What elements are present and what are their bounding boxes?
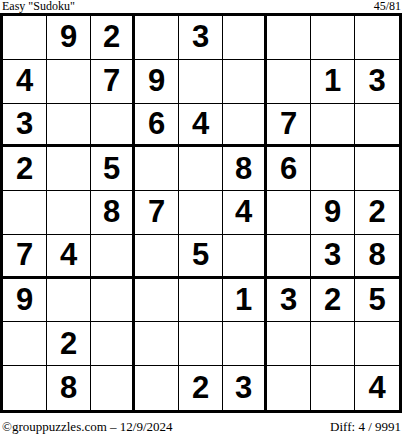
- cell-r2c9[interactable]: 3: [355, 60, 399, 104]
- cell-r5c2[interactable]: [47, 191, 91, 235]
- cell-r4c4[interactable]: [135, 147, 179, 191]
- cell-r2c6[interactable]: [223, 60, 267, 104]
- page: Easy "Sudoku" 45/81 92347913364725868749…: [0, 0, 402, 437]
- cell-r2c5[interactable]: [179, 60, 223, 104]
- cell-r4c7[interactable]: 6: [267, 147, 311, 191]
- cell-r4c8[interactable]: [311, 147, 355, 191]
- cell-r7c9[interactable]: 5: [355, 279, 399, 323]
- cell-r7c4[interactable]: [135, 279, 179, 323]
- cell-r9c2[interactable]: 8: [47, 366, 91, 410]
- cell-r3c9[interactable]: [355, 104, 399, 148]
- cell-r3c6[interactable]: [223, 104, 267, 148]
- header: Easy "Sudoku" 45/81: [0, 0, 402, 13]
- cell-r2c3[interactable]: 7: [91, 60, 135, 104]
- cell-r9c1[interactable]: [3, 366, 47, 410]
- cell-r7c1[interactable]: 9: [3, 279, 47, 323]
- cell-r5c9[interactable]: 2: [355, 191, 399, 235]
- puzzle-title: Easy "Sudoku": [2, 0, 75, 13]
- cell-r8c1[interactable]: [3, 322, 47, 366]
- cell-r1c7[interactable]: [267, 16, 311, 60]
- cell-r5c5[interactable]: [179, 191, 223, 235]
- footer: ©grouppuzzles.com – 12/9/2024 Diff: 4 / …: [0, 413, 402, 437]
- cell-r6c7[interactable]: [267, 235, 311, 279]
- cell-r2c8[interactable]: 1: [311, 60, 355, 104]
- cell-r4c5[interactable]: [179, 147, 223, 191]
- cell-r9c9[interactable]: 4: [355, 366, 399, 410]
- cell-r2c1[interactable]: 4: [3, 60, 47, 104]
- cell-r5c1[interactable]: [3, 191, 47, 235]
- cell-r6c6[interactable]: [223, 235, 267, 279]
- cell-r1c3[interactable]: 2: [91, 16, 135, 60]
- cell-r9c6[interactable]: 3: [223, 366, 267, 410]
- cell-r6c3[interactable]: [91, 235, 135, 279]
- cell-r1c5[interactable]: 3: [179, 16, 223, 60]
- difficulty-label: Diff: 4 / 9991: [330, 419, 401, 434]
- cell-r3c4[interactable]: 6: [135, 104, 179, 148]
- cell-r4c6[interactable]: 8: [223, 147, 267, 191]
- cell-r6c2[interactable]: 4: [47, 235, 91, 279]
- copyright-credit: ©grouppuzzles.com – 12/9/2024: [2, 419, 173, 434]
- cell-r8c6[interactable]: [223, 322, 267, 366]
- cell-r5c4[interactable]: 7: [135, 191, 179, 235]
- cell-r2c2[interactable]: [47, 60, 91, 104]
- cell-r3c7[interactable]: 7: [267, 104, 311, 148]
- cell-r8c3[interactable]: [91, 322, 135, 366]
- cell-r7c5[interactable]: [179, 279, 223, 323]
- cell-r9c8[interactable]: [311, 366, 355, 410]
- cell-r9c4[interactable]: [135, 366, 179, 410]
- cell-r3c8[interactable]: [311, 104, 355, 148]
- cell-r3c2[interactable]: [47, 104, 91, 148]
- cell-r5c6[interactable]: 4: [223, 191, 267, 235]
- cell-r6c9[interactable]: 8: [355, 235, 399, 279]
- cell-r8c7[interactable]: [267, 322, 311, 366]
- sudoku-board: 923479133647258687492745389132528234: [0, 13, 402, 413]
- cell-r9c5[interactable]: 2: [179, 366, 223, 410]
- cell-r6c5[interactable]: 5: [179, 235, 223, 279]
- cell-r6c1[interactable]: 7: [3, 235, 47, 279]
- cell-r9c7[interactable]: [267, 366, 311, 410]
- cell-r1c9[interactable]: [355, 16, 399, 60]
- cell-r1c8[interactable]: [311, 16, 355, 60]
- cell-r2c4[interactable]: 9: [135, 60, 179, 104]
- cell-r1c2[interactable]: 9: [47, 16, 91, 60]
- cell-r1c6[interactable]: [223, 16, 267, 60]
- cell-r8c9[interactable]: [355, 322, 399, 366]
- cell-r1c1[interactable]: [3, 16, 47, 60]
- cell-r7c6[interactable]: 1: [223, 279, 267, 323]
- cell-r4c9[interactable]: [355, 147, 399, 191]
- cell-r7c7[interactable]: 3: [267, 279, 311, 323]
- cell-r8c5[interactable]: [179, 322, 223, 366]
- cell-r3c3[interactable]: [91, 104, 135, 148]
- cell-r5c3[interactable]: 8: [91, 191, 135, 235]
- cell-r5c7[interactable]: [267, 191, 311, 235]
- cell-r9c3[interactable]: [91, 366, 135, 410]
- cell-r5c8[interactable]: 9: [311, 191, 355, 235]
- cell-r4c1[interactable]: 2: [3, 147, 47, 191]
- cell-r7c2[interactable]: [47, 279, 91, 323]
- cell-r6c4[interactable]: [135, 235, 179, 279]
- cell-r3c1[interactable]: 3: [3, 104, 47, 148]
- cell-r2c7[interactable]: [267, 60, 311, 104]
- cell-r1c4[interactable]: [135, 16, 179, 60]
- cell-r4c2[interactable]: [47, 147, 91, 191]
- cell-r8c2[interactable]: 2: [47, 322, 91, 366]
- cell-r3c5[interactable]: 4: [179, 104, 223, 148]
- cell-r4c3[interactable]: 5: [91, 147, 135, 191]
- cell-r6c8[interactable]: 3: [311, 235, 355, 279]
- empty-cell-counter: 45/81: [374, 0, 401, 13]
- cell-r8c4[interactable]: [135, 322, 179, 366]
- cell-r8c8[interactable]: [311, 322, 355, 366]
- cell-r7c3[interactable]: [91, 279, 135, 323]
- cell-r7c8[interactable]: 2: [311, 279, 355, 323]
